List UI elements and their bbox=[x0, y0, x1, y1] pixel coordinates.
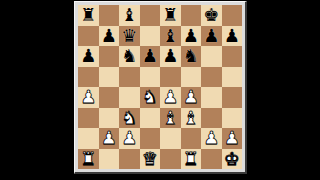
square-g5[interactable] bbox=[201, 67, 222, 88]
square-g4[interactable] bbox=[201, 87, 222, 108]
square-c2[interactable]: ♟ bbox=[119, 128, 140, 149]
square-b6[interactable] bbox=[99, 46, 120, 67]
square-f6[interactable]: ♞ bbox=[181, 46, 202, 67]
black-bishop-piece: ♝ bbox=[162, 27, 178, 45]
square-c7[interactable]: ♛ bbox=[119, 26, 140, 47]
square-h6[interactable] bbox=[222, 46, 243, 67]
square-h1[interactable]: ♚ bbox=[222, 149, 243, 170]
black-knight-piece: ♞ bbox=[121, 47, 137, 65]
square-g7[interactable]: ♟ bbox=[201, 26, 222, 47]
square-h2[interactable]: ♟ bbox=[222, 128, 243, 149]
white-pawn-piece: ♟ bbox=[224, 129, 240, 147]
white-pawn-piece: ♟ bbox=[101, 129, 117, 147]
square-b7[interactable]: ♟ bbox=[99, 26, 120, 47]
square-g2[interactable]: ♟ bbox=[201, 128, 222, 149]
square-a2[interactable] bbox=[78, 128, 99, 149]
square-h7[interactable]: ♟ bbox=[222, 26, 243, 47]
black-queen-piece: ♛ bbox=[121, 27, 137, 45]
square-g6[interactable] bbox=[201, 46, 222, 67]
square-a6[interactable]: ♟ bbox=[78, 46, 99, 67]
square-b5[interactable] bbox=[99, 67, 120, 88]
black-knight-piece: ♞ bbox=[183, 47, 199, 65]
square-d6[interactable]: ♟ bbox=[140, 46, 161, 67]
board-frame: ♜♝♜♚♟♛♝♟♟♟♟♞♟♟♞♟♞♟♟♞♝♝♟♟♟♟♜♛♜♚ bbox=[74, 1, 247, 174]
square-f7[interactable]: ♟ bbox=[181, 26, 202, 47]
square-c4[interactable] bbox=[119, 87, 140, 108]
black-rook-piece: ♜ bbox=[80, 6, 96, 24]
square-d8[interactable] bbox=[140, 5, 161, 26]
square-a1[interactable]: ♜ bbox=[78, 149, 99, 170]
white-pawn-piece: ♟ bbox=[203, 129, 219, 147]
black-pawn-piece: ♟ bbox=[224, 27, 240, 45]
square-e6[interactable]: ♟ bbox=[160, 46, 181, 67]
white-bishop-piece: ♝ bbox=[162, 109, 178, 127]
black-pawn-piece: ♟ bbox=[183, 27, 199, 45]
square-b3[interactable] bbox=[99, 108, 120, 129]
white-knight-piece: ♞ bbox=[142, 88, 158, 106]
square-c1[interactable] bbox=[119, 149, 140, 170]
square-g3[interactable] bbox=[201, 108, 222, 129]
square-a8[interactable]: ♜ bbox=[78, 5, 99, 26]
black-bishop-piece: ♝ bbox=[121, 6, 137, 24]
square-b1[interactable] bbox=[99, 149, 120, 170]
black-pawn-piece: ♟ bbox=[203, 27, 219, 45]
square-h8[interactable] bbox=[222, 5, 243, 26]
white-queen-piece: ♛ bbox=[142, 150, 158, 168]
square-e4[interactable]: ♟ bbox=[160, 87, 181, 108]
square-b4[interactable] bbox=[99, 87, 120, 108]
square-a5[interactable] bbox=[78, 67, 99, 88]
white-pawn-piece: ♟ bbox=[183, 88, 199, 106]
square-e7[interactable]: ♝ bbox=[160, 26, 181, 47]
white-rook-piece: ♜ bbox=[183, 150, 199, 168]
square-h3[interactable] bbox=[222, 108, 243, 129]
white-king-piece: ♚ bbox=[224, 150, 240, 168]
square-b8[interactable] bbox=[99, 5, 120, 26]
square-d4[interactable]: ♞ bbox=[140, 87, 161, 108]
square-h5[interactable] bbox=[222, 67, 243, 88]
white-bishop-piece: ♝ bbox=[183, 109, 199, 127]
square-c3[interactable]: ♞ bbox=[119, 108, 140, 129]
black-pawn-piece: ♟ bbox=[162, 47, 178, 65]
white-rook-piece: ♜ bbox=[80, 150, 96, 168]
square-f3[interactable]: ♝ bbox=[181, 108, 202, 129]
square-a4[interactable]: ♟ bbox=[78, 87, 99, 108]
square-c8[interactable]: ♝ bbox=[119, 5, 140, 26]
square-f5[interactable] bbox=[181, 67, 202, 88]
square-f8[interactable] bbox=[181, 5, 202, 26]
square-c6[interactable]: ♞ bbox=[119, 46, 140, 67]
square-d3[interactable] bbox=[140, 108, 161, 129]
square-h4[interactable] bbox=[222, 87, 243, 108]
square-e1[interactable] bbox=[160, 149, 181, 170]
white-knight-piece: ♞ bbox=[121, 109, 137, 127]
square-a7[interactable] bbox=[78, 26, 99, 47]
black-pawn-piece: ♟ bbox=[101, 27, 117, 45]
square-e2[interactable] bbox=[160, 128, 181, 149]
black-pawn-piece: ♟ bbox=[80, 47, 96, 65]
square-f2[interactable] bbox=[181, 128, 202, 149]
square-f1[interactable]: ♜ bbox=[181, 149, 202, 170]
square-a3[interactable] bbox=[78, 108, 99, 129]
square-e8[interactable]: ♜ bbox=[160, 5, 181, 26]
white-pawn-piece: ♟ bbox=[162, 88, 178, 106]
square-g8[interactable]: ♚ bbox=[201, 5, 222, 26]
black-rook-piece: ♜ bbox=[162, 6, 178, 24]
square-d5[interactable] bbox=[140, 67, 161, 88]
square-e5[interactable] bbox=[160, 67, 181, 88]
white-pawn-piece: ♟ bbox=[80, 88, 96, 106]
square-f4[interactable]: ♟ bbox=[181, 87, 202, 108]
black-king-piece: ♚ bbox=[203, 6, 219, 24]
square-b2[interactable]: ♟ bbox=[99, 128, 120, 149]
square-g1[interactable] bbox=[201, 149, 222, 170]
app-background: ♜♝♜♚♟♛♝♟♟♟♟♞♟♟♞♟♞♟♟♞♝♝♟♟♟♟♜♛♜♚ bbox=[0, 0, 320, 180]
white-pawn-piece: ♟ bbox=[121, 129, 137, 147]
square-d2[interactable] bbox=[140, 128, 161, 149]
square-d1[interactable]: ♛ bbox=[140, 149, 161, 170]
black-pawn-piece: ♟ bbox=[142, 47, 158, 65]
square-d7[interactable] bbox=[140, 26, 161, 47]
chess-board: ♜♝♜♚♟♛♝♟♟♟♟♞♟♟♞♟♞♟♟♞♝♝♟♟♟♟♜♛♜♚ bbox=[78, 5, 242, 169]
square-c5[interactable] bbox=[119, 67, 140, 88]
square-e3[interactable]: ♝ bbox=[160, 108, 181, 129]
